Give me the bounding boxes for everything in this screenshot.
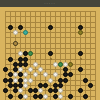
grid-line-v: [5, 11, 6, 100]
white-stone: [13, 30, 18, 35]
black-stone: [88, 83, 93, 88]
black-stone: [8, 94, 13, 99]
white-stone: [23, 83, 28, 88]
black-stone: [58, 83, 63, 88]
white-stone: [43, 72, 48, 77]
white-stone: [38, 88, 43, 93]
black-stone: [8, 25, 13, 30]
black-stone: [43, 83, 48, 88]
white-stone: [33, 72, 38, 77]
white-stone: [38, 67, 43, 72]
white-stone: [23, 94, 28, 99]
go-app-window: ·····: [0, 0, 100, 100]
grid-line-v: [85, 11, 86, 100]
olive-highlight-stone: [68, 62, 73, 67]
white-stone: [23, 72, 28, 77]
black-stone: [23, 57, 28, 62]
grid-line-v: [35, 11, 36, 100]
white-stone: [43, 94, 48, 99]
white-stone: [58, 94, 63, 99]
olive-highlight-stone: [78, 30, 83, 35]
white-stone: [28, 78, 33, 83]
white-stone: [18, 88, 23, 93]
star-point: [80, 58, 82, 60]
green-highlight-stone: [28, 51, 33, 56]
white-stone: [53, 72, 58, 77]
grid-line-v: [75, 11, 76, 100]
black-stone: [83, 78, 88, 83]
black-stone: [78, 67, 83, 72]
black-stone: [3, 88, 8, 93]
grid-line-v: [65, 11, 66, 100]
black-stone: [48, 25, 53, 30]
black-stone: [8, 57, 13, 62]
black-stone: [63, 67, 68, 72]
grid-line-v: [95, 11, 96, 100]
black-stone: [3, 67, 8, 72]
grid-line-v: [70, 11, 71, 100]
circle-marker: [13, 41, 18, 46]
black-stone: [18, 25, 23, 30]
title-bar: ·····: [0, 0, 100, 7]
white-stone: [28, 67, 33, 72]
black-stone: [78, 51, 83, 56]
black-stone: [63, 78, 68, 83]
black-stone: [68, 94, 73, 99]
white-stone: [18, 67, 23, 72]
white-stone: [33, 62, 38, 67]
black-stone: [83, 94, 88, 99]
black-stone: [68, 72, 73, 77]
star-point: [50, 58, 52, 60]
go-board[interactable]: [0, 7, 100, 100]
window-title: ·····: [44, 2, 55, 6]
white-stone: [48, 78, 53, 83]
black-stone: [78, 88, 83, 93]
white-stone: [58, 88, 63, 93]
teal-highlight-stone: [23, 30, 28, 35]
black-stone: [23, 62, 28, 67]
black-stone: [48, 51, 53, 56]
black-stone: [78, 25, 83, 30]
